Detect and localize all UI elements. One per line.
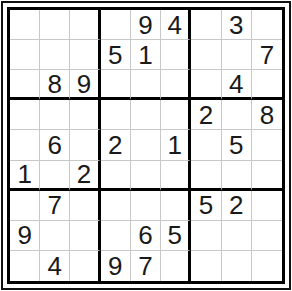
cell-r1c1[interactable] [10, 10, 40, 40]
cell-r9c9[interactable] [252, 251, 282, 281]
cell-r2c6[interactable] [161, 40, 191, 70]
cell-r5c9[interactable] [252, 130, 282, 160]
cell-r9c2[interactable]: 4 [40, 251, 70, 281]
sudoku-board: 94351789428621512752965497 [7, 7, 285, 284]
cell-r9c1[interactable] [10, 251, 40, 281]
cell-r1c3[interactable] [70, 10, 100, 40]
cell-r6c9[interactable] [252, 161, 282, 191]
cell-r6c8[interactable] [222, 161, 252, 191]
cell-r6c3[interactable]: 2 [70, 161, 100, 191]
cell-r3c2[interactable]: 8 [40, 70, 70, 100]
cell-r2c8[interactable] [222, 40, 252, 70]
cell-r9c5[interactable]: 7 [131, 251, 161, 281]
cell-r8c5[interactable]: 6 [131, 221, 161, 251]
cell-r9c3[interactable] [70, 251, 100, 281]
cell-r1c5[interactable]: 9 [131, 10, 161, 40]
cell-r7c7[interactable]: 5 [191, 191, 221, 221]
cell-r1c4[interactable] [101, 10, 131, 40]
cell-r3c4[interactable] [101, 70, 131, 100]
cell-r4c7[interactable]: 2 [191, 100, 221, 130]
cell-r9c6[interactable] [161, 251, 191, 281]
cell-r7c4[interactable] [101, 191, 131, 221]
cell-r5c7[interactable] [191, 130, 221, 160]
cell-r4c1[interactable] [10, 100, 40, 130]
cell-r2c7[interactable] [191, 40, 221, 70]
outer-frame: 94351789428621512752965497 [1, 1, 291, 290]
cell-r4c2[interactable] [40, 100, 70, 130]
cell-r5c4[interactable]: 2 [101, 130, 131, 160]
cell-r3c9[interactable] [252, 70, 282, 100]
cell-r1c2[interactable] [40, 10, 70, 40]
cell-r2c9[interactable]: 7 [252, 40, 282, 70]
cell-r4c5[interactable] [131, 100, 161, 130]
cell-r3c7[interactable] [191, 70, 221, 100]
cell-r9c4[interactable]: 9 [101, 251, 131, 281]
cell-r5c3[interactable] [70, 130, 100, 160]
cell-r3c8[interactable]: 4 [222, 70, 252, 100]
cell-r4c4[interactable] [101, 100, 131, 130]
cell-r2c2[interactable] [40, 40, 70, 70]
cell-r8c4[interactable] [101, 221, 131, 251]
cell-r7c5[interactable] [131, 191, 161, 221]
cell-r6c6[interactable] [161, 161, 191, 191]
cell-r6c7[interactable] [191, 161, 221, 191]
cell-r2c4[interactable]: 5 [101, 40, 131, 70]
cell-r1c7[interactable] [191, 10, 221, 40]
cell-r5c6[interactable]: 1 [161, 130, 191, 160]
cell-r3c5[interactable] [131, 70, 161, 100]
cell-r7c8[interactable]: 2 [222, 191, 252, 221]
cell-r2c3[interactable] [70, 40, 100, 70]
cell-r9c8[interactable] [222, 251, 252, 281]
cell-r8c1[interactable]: 9 [10, 221, 40, 251]
cell-r2c1[interactable] [10, 40, 40, 70]
sudoku-screenshot: 94351789428621512752965497 [0, 0, 292, 291]
cell-r7c9[interactable] [252, 191, 282, 221]
cell-r6c4[interactable] [101, 161, 131, 191]
cell-r5c1[interactable] [10, 130, 40, 160]
cell-r3c6[interactable] [161, 70, 191, 100]
cell-r8c7[interactable] [191, 221, 221, 251]
cell-r3c3[interactable]: 9 [70, 70, 100, 100]
cell-r4c6[interactable] [161, 100, 191, 130]
cell-r5c2[interactable]: 6 [40, 130, 70, 160]
cell-r4c9[interactable]: 8 [252, 100, 282, 130]
cell-r6c1[interactable]: 1 [10, 161, 40, 191]
cell-r1c6[interactable]: 4 [161, 10, 191, 40]
cell-r7c2[interactable]: 7 [40, 191, 70, 221]
cell-r1c9[interactable] [252, 10, 282, 40]
cell-r5c8[interactable]: 5 [222, 130, 252, 160]
cell-r8c6[interactable]: 5 [161, 221, 191, 251]
cell-r6c2[interactable] [40, 161, 70, 191]
cell-r8c8[interactable] [222, 221, 252, 251]
cell-r4c3[interactable] [70, 100, 100, 130]
cell-r8c2[interactable] [40, 221, 70, 251]
cell-r8c9[interactable] [252, 221, 282, 251]
cell-r7c6[interactable] [161, 191, 191, 221]
cell-r1c8[interactable]: 3 [222, 10, 252, 40]
cell-r7c3[interactable] [70, 191, 100, 221]
cell-r6c5[interactable] [131, 161, 161, 191]
cell-r3c1[interactable] [10, 70, 40, 100]
cell-r9c7[interactable] [191, 251, 221, 281]
cell-r2c5[interactable]: 1 [131, 40, 161, 70]
cell-r4c8[interactable] [222, 100, 252, 130]
cell-r7c1[interactable] [10, 191, 40, 221]
cell-r5c5[interactable] [131, 130, 161, 160]
cell-r8c3[interactable] [70, 221, 100, 251]
